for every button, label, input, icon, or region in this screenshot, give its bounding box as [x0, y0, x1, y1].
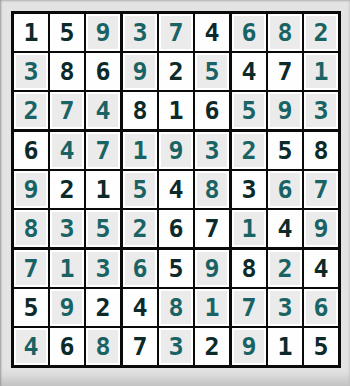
cell-r7c1[interactable]: 7	[14, 250, 48, 287]
page: { "game": "sudoku", "board_size": "9x9",…	[0, 0, 350, 386]
cell-r8c4[interactable]: 4	[123, 289, 157, 326]
cell-r9c6[interactable]: 2	[195, 328, 229, 365]
cell-r4c8[interactable]: 5	[268, 132, 302, 169]
cell-r1c6[interactable]: 4	[195, 14, 229, 51]
cell-r2c3[interactable]: 6	[86, 53, 120, 90]
box-3-1: 713592468	[14, 250, 120, 365]
cell-r5c2[interactable]: 2	[50, 171, 84, 208]
cell-r8c6[interactable]: 1	[195, 289, 229, 326]
cell-r4c3[interactable]: 7	[86, 132, 120, 169]
cell-r2c8[interactable]: 7	[268, 53, 302, 90]
cell-r4c4[interactable]: 1	[123, 132, 157, 169]
cell-r9c8[interactable]: 1	[268, 328, 302, 365]
cell-r3c4[interactable]: 8	[123, 92, 157, 129]
box-2-3: 258367149	[232, 132, 338, 247]
box-1-1: 159386274	[14, 14, 120, 129]
cell-r1c8[interactable]: 8	[268, 14, 302, 51]
cell-r4c5[interactable]: 9	[159, 132, 193, 169]
cell-r2c1[interactable]: 3	[14, 53, 48, 90]
cell-r5c3[interactable]: 1	[86, 171, 120, 208]
cell-r4c9[interactable]: 8	[304, 132, 338, 169]
cell-r8c9[interactable]: 6	[304, 289, 338, 326]
cell-r7c3[interactable]: 3	[86, 250, 120, 287]
cell-r7c5[interactable]: 5	[159, 250, 193, 287]
cell-r9c7[interactable]: 9	[232, 328, 266, 365]
cell-r6c7[interactable]: 1	[232, 210, 266, 247]
cell-r8c2[interactable]: 9	[50, 289, 84, 326]
cell-r8c7[interactable]: 7	[232, 289, 266, 326]
cell-r2c5[interactable]: 2	[159, 53, 193, 90]
cell-r2c7[interactable]: 4	[232, 53, 266, 90]
cell-r9c4[interactable]: 7	[123, 328, 157, 365]
cell-r1c3[interactable]: 9	[86, 14, 120, 51]
cell-r4c2[interactable]: 4	[50, 132, 84, 169]
cell-r6c9[interactable]: 9	[304, 210, 338, 247]
cell-r1c4[interactable]: 3	[123, 14, 157, 51]
box-2-2: 193548267	[123, 132, 229, 247]
cell-r7c7[interactable]: 8	[232, 250, 266, 287]
box-3-2: 659481732	[123, 250, 229, 365]
box-1-2: 374925816	[123, 14, 229, 129]
cell-r3c2[interactable]: 7	[50, 92, 84, 129]
cell-r9c2[interactable]: 6	[50, 328, 84, 365]
cell-r1c9[interactable]: 2	[304, 14, 338, 51]
cell-r1c1[interactable]: 1	[14, 14, 48, 51]
sudoku-board: 1593862743749258166824715936479218351935…	[11, 11, 341, 368]
cell-r3c3[interactable]: 4	[86, 92, 120, 129]
cell-r3c5[interactable]: 1	[159, 92, 193, 129]
cell-r5c5[interactable]: 4	[159, 171, 193, 208]
cell-r6c6[interactable]: 7	[195, 210, 229, 247]
cell-r7c9[interactable]: 4	[304, 250, 338, 287]
cell-r6c8[interactable]: 4	[268, 210, 302, 247]
cell-r1c5[interactable]: 7	[159, 14, 193, 51]
cell-r6c4[interactable]: 2	[123, 210, 157, 247]
cell-r4c7[interactable]: 2	[232, 132, 266, 169]
cell-r8c8[interactable]: 3	[268, 289, 302, 326]
cell-r6c5[interactable]: 6	[159, 210, 193, 247]
box-3-3: 824736915	[232, 250, 338, 365]
cell-r5c4[interactable]: 5	[123, 171, 157, 208]
cell-r5c8[interactable]: 6	[268, 171, 302, 208]
cell-r8c1[interactable]: 5	[14, 289, 48, 326]
cell-r3c1[interactable]: 2	[14, 92, 48, 129]
cell-r3c9[interactable]: 3	[304, 92, 338, 129]
cell-r2c4[interactable]: 9	[123, 53, 157, 90]
cell-r6c3[interactable]: 5	[86, 210, 120, 247]
cell-r9c1[interactable]: 4	[14, 328, 48, 365]
cell-r4c1[interactable]: 6	[14, 132, 48, 169]
cell-r7c8[interactable]: 2	[268, 250, 302, 287]
cell-r4c6[interactable]: 3	[195, 132, 229, 169]
cell-r3c7[interactable]: 5	[232, 92, 266, 129]
cell-r5c7[interactable]: 3	[232, 171, 266, 208]
box-2-1: 647921835	[14, 132, 120, 247]
cell-r6c1[interactable]: 8	[14, 210, 48, 247]
cell-r9c5[interactable]: 3	[159, 328, 193, 365]
cell-r3c6[interactable]: 6	[195, 92, 229, 129]
cell-r7c6[interactable]: 9	[195, 250, 229, 287]
cell-r8c3[interactable]: 2	[86, 289, 120, 326]
cell-r2c6[interactable]: 5	[195, 53, 229, 90]
box-1-3: 682471593	[232, 14, 338, 129]
cell-r6c2[interactable]: 3	[50, 210, 84, 247]
cell-r3c8[interactable]: 9	[268, 92, 302, 129]
sudoku-frame: 1593862743749258166824715936479218351935…	[0, 0, 350, 386]
cell-r5c6[interactable]: 8	[195, 171, 229, 208]
cell-r5c1[interactable]: 9	[14, 171, 48, 208]
cell-r1c2[interactable]: 5	[50, 14, 84, 51]
cell-r5c9[interactable]: 7	[304, 171, 338, 208]
cell-r8c5[interactable]: 8	[159, 289, 193, 326]
cell-r7c2[interactable]: 1	[50, 250, 84, 287]
cell-r2c2[interactable]: 8	[50, 53, 84, 90]
cell-r9c9[interactable]: 5	[304, 328, 338, 365]
cell-r9c3[interactable]: 8	[86, 328, 120, 365]
cell-r2c9[interactable]: 1	[304, 53, 338, 90]
cell-r1c7[interactable]: 6	[232, 14, 266, 51]
cell-r7c4[interactable]: 6	[123, 250, 157, 287]
